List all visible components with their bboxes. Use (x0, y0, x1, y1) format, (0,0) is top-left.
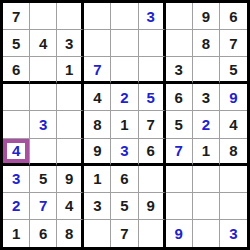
cell-r1c8[interactable]: 9 (193, 3, 220, 30)
cell-r1c3[interactable] (57, 3, 84, 30)
cell-r9c3[interactable]: 8 (57, 220, 84, 247)
cell-r3c5[interactable] (111, 57, 138, 84)
cell-r8c5[interactable]: 5 (111, 193, 138, 220)
cell-r2c8[interactable]: 8 (193, 30, 220, 57)
cell-r7c9[interactable] (220, 166, 247, 193)
cell-r7c7[interactable] (166, 166, 193, 193)
cell-r9c1[interactable]: 1 (3, 220, 30, 247)
cell-r4c8[interactable]: 3 (193, 84, 220, 111)
cell-r5c9[interactable]: 4 (220, 111, 247, 138)
cell-r4c5[interactable]: 2 (111, 84, 138, 111)
cell-r5c2[interactable]: 3 (30, 111, 57, 138)
cell-r1c5[interactable] (111, 3, 138, 30)
cell-r6c5[interactable]: 3 (111, 139, 138, 166)
sudoku-board: 7396543876173542563938175244936718359162… (0, 0, 250, 250)
cell-r1c7[interactable] (166, 3, 193, 30)
cell-r1c4[interactable] (84, 3, 111, 30)
cell-r7c8[interactable] (193, 166, 220, 193)
cell-r4c7[interactable]: 6 (166, 84, 193, 111)
cell-r4c1[interactable] (3, 84, 30, 111)
cell-r8c4[interactable]: 3 (84, 193, 111, 220)
cell-r6c4[interactable]: 9 (84, 139, 111, 166)
cell-r3c9[interactable]: 5 (220, 57, 247, 84)
cell-r5c6[interactable]: 7 (139, 111, 166, 138)
cell-r7c2[interactable]: 5 (30, 166, 57, 193)
cell-r5c1[interactable] (3, 111, 30, 138)
cell-r4c4[interactable]: 4 (84, 84, 111, 111)
cell-r6c8[interactable]: 1 (193, 139, 220, 166)
cell-r2c2[interactable]: 4 (30, 30, 57, 57)
cell-r8c6[interactable]: 9 (139, 193, 166, 220)
cell-r9c4[interactable] (84, 220, 111, 247)
cell-r8c2[interactable]: 7 (30, 193, 57, 220)
cell-r7c4[interactable]: 1 (84, 166, 111, 193)
cell-r5c8[interactable]: 2 (193, 111, 220, 138)
cell-r4c6[interactable]: 5 (139, 84, 166, 111)
cell-r6c2[interactable] (30, 139, 57, 166)
cell-r8c8[interactable] (193, 193, 220, 220)
cell-r1c9[interactable]: 6 (220, 3, 247, 30)
cell-r5c5[interactable]: 1 (111, 111, 138, 138)
cell-r1c6[interactable]: 3 (139, 3, 166, 30)
cell-r2c3[interactable]: 3 (57, 30, 84, 57)
cell-r9c5[interactable]: 7 (111, 220, 138, 247)
cell-r7c3[interactable]: 9 (57, 166, 84, 193)
cell-r8c7[interactable] (166, 193, 193, 220)
cell-r2c6[interactable] (139, 30, 166, 57)
cell-r1c2[interactable] (30, 3, 57, 30)
cell-r3c8[interactable] (193, 57, 220, 84)
cell-r9c9[interactable]: 3 (220, 220, 247, 247)
cell-r6c6[interactable]: 6 (139, 139, 166, 166)
cell-r2c7[interactable] (166, 30, 193, 57)
cell-r9c2[interactable]: 6 (30, 220, 57, 247)
cell-r8c9[interactable] (220, 193, 247, 220)
cell-r8c3[interactable]: 4 (57, 193, 84, 220)
cell-r2c9[interactable]: 7 (220, 30, 247, 57)
cell-r2c5[interactable] (111, 30, 138, 57)
cell-r6c7[interactable]: 7 (166, 139, 193, 166)
cell-r1c1[interactable]: 7 (3, 3, 30, 30)
cell-r7c6[interactable] (139, 166, 166, 193)
cell-r4c3[interactable] (57, 84, 84, 111)
cell-r4c9[interactable]: 9 (220, 84, 247, 111)
cell-r9c7[interactable]: 9 (166, 220, 193, 247)
cell-r3c7[interactable]: 3 (166, 57, 193, 84)
cell-r3c2[interactable] (30, 57, 57, 84)
cell-r7c5[interactable]: 6 (111, 166, 138, 193)
cell-r5c4[interactable]: 8 (84, 111, 111, 138)
cell-r4c2[interactable] (30, 84, 57, 111)
cell-r9c8[interactable] (193, 220, 220, 247)
cell-r5c3[interactable] (57, 111, 84, 138)
cell-r9c6[interactable] (139, 220, 166, 247)
cell-r2c4[interactable] (84, 30, 111, 57)
cell-r6c9[interactable]: 8 (220, 139, 247, 166)
cell-r7c1[interactable]: 3 (3, 166, 30, 193)
cell-r3c6[interactable] (139, 57, 166, 84)
cell-r3c1[interactable]: 6 (3, 57, 30, 84)
cell-r6c3[interactable] (57, 139, 84, 166)
cell-r8c1[interactable]: 2 (3, 193, 30, 220)
cell-r3c3[interactable]: 1 (57, 57, 84, 84)
cell-r2c1[interactable]: 5 (3, 30, 30, 57)
cell-r6c1-selected[interactable]: 4 (3, 139, 30, 166)
cell-r5c7[interactable]: 5 (166, 111, 193, 138)
cell-r3c4[interactable]: 7 (84, 57, 111, 84)
